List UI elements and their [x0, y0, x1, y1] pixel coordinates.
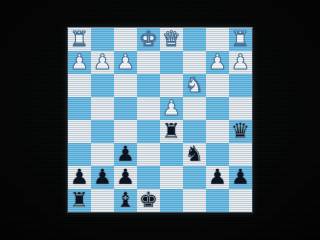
square-b5	[206, 120, 229, 143]
square-c7	[183, 166, 206, 189]
black-pawn-piece: ♟	[206, 166, 229, 189]
square-h1: ♜	[68, 28, 91, 51]
white-pawn-piece: ♟	[206, 51, 229, 74]
square-a4	[229, 97, 252, 120]
square-c2	[183, 51, 206, 74]
square-e4	[137, 97, 160, 120]
square-e5	[137, 120, 160, 143]
square-d3	[160, 74, 183, 97]
square-d4: ♟	[160, 97, 183, 120]
square-f2: ♟	[114, 51, 137, 74]
square-e8: ♚	[137, 189, 160, 212]
black-knight-piece: ♞	[183, 143, 206, 166]
square-d8	[160, 189, 183, 212]
square-d1: ♛	[160, 28, 183, 51]
tv-frame: ♜♚♛♜♟♟♟♟♟♞♟♜♛♟♞♟♟♟♟♟♜♝♚	[0, 0, 320, 240]
square-d5: ♜	[160, 120, 183, 143]
white-rook-piece: ♜	[229, 28, 252, 51]
square-d2	[160, 51, 183, 74]
square-b4	[206, 97, 229, 120]
square-a6	[229, 143, 252, 166]
square-f4	[114, 97, 137, 120]
chessboard: ♜♚♛♜♟♟♟♟♟♞♟♜♛♟♞♟♟♟♟♟♜♝♚	[67, 27, 253, 213]
square-b3	[206, 74, 229, 97]
square-g1	[91, 28, 114, 51]
square-e7	[137, 166, 160, 189]
square-a5: ♛	[229, 120, 252, 143]
square-b1	[206, 28, 229, 51]
square-f1	[114, 28, 137, 51]
square-c8	[183, 189, 206, 212]
square-e3	[137, 74, 160, 97]
square-d6	[160, 143, 183, 166]
square-a2: ♟	[229, 51, 252, 74]
square-h4	[68, 97, 91, 120]
square-f7: ♟	[114, 166, 137, 189]
white-pawn-piece: ♟	[91, 51, 114, 74]
square-c6: ♞	[183, 143, 206, 166]
square-h6	[68, 143, 91, 166]
square-h8: ♜	[68, 189, 91, 212]
square-e6	[137, 143, 160, 166]
square-b8	[206, 189, 229, 212]
square-g4	[91, 97, 114, 120]
square-f6: ♟	[114, 143, 137, 166]
black-queen-piece: ♛	[229, 120, 252, 143]
square-a3	[229, 74, 252, 97]
black-pawn-piece: ♟	[91, 166, 114, 189]
black-king-piece: ♚	[137, 189, 160, 212]
square-f3	[114, 74, 137, 97]
square-c4	[183, 97, 206, 120]
black-rook-piece: ♜	[160, 120, 183, 143]
square-a8	[229, 189, 252, 212]
square-g5	[91, 120, 114, 143]
square-f8: ♝	[114, 189, 137, 212]
square-h2: ♟	[68, 51, 91, 74]
white-king-piece: ♚	[137, 28, 160, 51]
square-g6	[91, 143, 114, 166]
black-pawn-piece: ♟	[68, 166, 91, 189]
square-g7: ♟	[91, 166, 114, 189]
black-bishop-piece: ♝	[114, 189, 137, 212]
square-c1	[183, 28, 206, 51]
square-d7	[160, 166, 183, 189]
square-e1: ♚	[137, 28, 160, 51]
white-queen-piece: ♛	[160, 28, 183, 51]
white-pawn-piece: ♟	[114, 51, 137, 74]
black-rook-piece: ♜	[68, 189, 91, 212]
square-f5	[114, 120, 137, 143]
square-h7: ♟	[68, 166, 91, 189]
square-g2: ♟	[91, 51, 114, 74]
white-pawn-piece: ♟	[229, 51, 252, 74]
square-e2	[137, 51, 160, 74]
square-h5	[68, 120, 91, 143]
white-pawn-piece: ♟	[160, 97, 183, 120]
square-g8	[91, 189, 114, 212]
black-pawn-piece: ♟	[114, 166, 137, 189]
square-a1: ♜	[229, 28, 252, 51]
white-rook-piece: ♜	[68, 28, 91, 51]
square-b7: ♟	[206, 166, 229, 189]
square-a7: ♟	[229, 166, 252, 189]
square-c5	[183, 120, 206, 143]
white-knight-piece: ♞	[183, 74, 206, 97]
square-g3	[91, 74, 114, 97]
black-pawn-piece: ♟	[229, 166, 252, 189]
square-h3	[68, 74, 91, 97]
square-c3: ♞	[183, 74, 206, 97]
black-pawn-piece: ♟	[114, 143, 137, 166]
square-b2: ♟	[206, 51, 229, 74]
white-pawn-piece: ♟	[68, 51, 91, 74]
square-b6	[206, 143, 229, 166]
